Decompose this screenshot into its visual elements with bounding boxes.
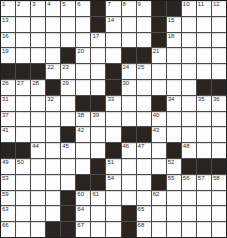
cell-r1c6[interactable]: 6 (76, 1, 90, 16)
clue-number-3: 3 (32, 1, 35, 8)
clue-number-43: 43 (153, 127, 160, 134)
cell-r6c1[interactable]: 26 (1, 80, 15, 95)
cell-r14c7[interactable] (91, 206, 105, 221)
cell-r8c4[interactable] (46, 112, 60, 127)
cell-r9c13[interactable] (182, 127, 196, 142)
cell-r3c14[interactable] (197, 33, 211, 48)
black-cell-r12c7 (91, 175, 105, 190)
cell-r14c1[interactable]: 63 (1, 206, 15, 221)
cell-r2c5[interactable] (61, 17, 75, 32)
cell-r8c6[interactable]: 38 (76, 112, 90, 127)
clue-number-58: 58 (213, 175, 220, 182)
cell-r5c14[interactable] (197, 64, 211, 79)
cell-r11c3[interactable] (31, 159, 45, 174)
cell-r3c6[interactable] (76, 33, 90, 48)
clue-number-56: 56 (183, 175, 190, 182)
clue-number-42: 42 (77, 127, 84, 134)
cell-r2c4[interactable] (46, 17, 60, 32)
clue-number-41: 41 (2, 127, 9, 134)
clue-number-50: 50 (17, 159, 24, 166)
black-cell-r10c1 (1, 143, 15, 158)
cell-r8c5[interactable] (61, 112, 75, 127)
cell-r1c3[interactable]: 3 (31, 1, 45, 16)
black-cell-r10c12 (167, 143, 181, 158)
cell-r5c15[interactable] (212, 64, 226, 79)
clue-number-13: 13 (2, 17, 9, 24)
cell-r15c11[interactable] (152, 222, 166, 237)
cell-r4c13[interactable] (182, 48, 196, 63)
clue-number-55: 55 (168, 175, 175, 182)
clue-number-15: 15 (168, 17, 175, 24)
cell-r9c1[interactable]: 41 (1, 127, 15, 142)
cell-r9c6[interactable]: 42 (76, 127, 90, 142)
clue-number-4: 4 (47, 1, 50, 8)
cell-r5c6[interactable] (76, 64, 90, 79)
black-cell-r15c9 (122, 222, 136, 237)
cell-r7c15[interactable]: 36 (212, 96, 226, 111)
cell-r4c8[interactable] (106, 48, 120, 63)
clue-number-14: 14 (107, 17, 114, 24)
black-cell-r3c11 (152, 33, 166, 48)
cell-r11c6[interactable] (76, 159, 90, 174)
clue-number-29: 29 (62, 80, 69, 87)
cell-r3c15[interactable] (212, 33, 226, 48)
cell-r9c2[interactable] (16, 127, 30, 142)
black-cell-r7c6 (76, 96, 90, 111)
black-cell-r11c7 (91, 159, 105, 174)
cell-r15c3[interactable] (31, 222, 45, 237)
cell-r6c7[interactable] (91, 80, 105, 95)
cell-r2c8[interactable]: 14 (106, 17, 120, 32)
cell-r8c10[interactable] (137, 112, 151, 127)
clue-number-60: 60 (77, 191, 84, 198)
cell-r6c6[interactable] (76, 80, 90, 95)
cell-r6c10[interactable] (137, 80, 151, 95)
cell-r4c14[interactable] (197, 48, 211, 63)
cell-r14c3[interactable] (31, 206, 45, 221)
cell-r2c9[interactable] (122, 17, 136, 32)
cell-r5c13[interactable] (182, 64, 196, 79)
cell-r2c6[interactable] (76, 17, 90, 32)
cell-r13c9[interactable] (122, 191, 136, 206)
cell-r3c8[interactable] (106, 33, 120, 48)
cell-r8c3[interactable] (31, 112, 45, 127)
clue-number-27: 27 (17, 80, 24, 87)
cell-r14c15[interactable] (212, 206, 226, 221)
cell-r13c1[interactable]: 59 (1, 191, 15, 206)
cell-r13c8[interactable] (106, 191, 120, 206)
cell-r11c10[interactable] (137, 159, 151, 174)
cell-r13c12[interactable] (167, 191, 181, 206)
cell-r2c15[interactable] (212, 17, 226, 32)
clue-number-61: 61 (92, 191, 99, 198)
cell-r12c13[interactable]: 56 (182, 175, 196, 190)
clue-number-18: 18 (168, 33, 175, 40)
clue-number-59: 59 (2, 191, 9, 198)
cell-r10c9[interactable]: 46 (122, 143, 136, 158)
cell-r7c1[interactable]: 31 (1, 96, 15, 111)
cell-r12c12[interactable]: 55 (167, 175, 181, 190)
cell-r3c10[interactable] (137, 33, 151, 48)
cell-r15c7[interactable] (91, 222, 105, 237)
black-cell-r5c1 (1, 64, 15, 79)
cell-r4c4[interactable] (46, 48, 60, 63)
cell-r11c1[interactable]: 49 (1, 159, 15, 174)
cell-r7c14[interactable]: 35 (197, 96, 211, 111)
cell-r14c11[interactable] (152, 206, 166, 221)
cell-r12c5[interactable] (61, 175, 75, 190)
clue-number-46: 46 (123, 143, 130, 150)
cell-r4c15[interactable] (212, 48, 226, 63)
clue-number-68: 68 (138, 222, 145, 229)
clue-number-17: 17 (92, 33, 99, 40)
cell-r11c9[interactable] (122, 159, 136, 174)
cell-r8c8[interactable] (106, 112, 120, 127)
black-cell-r10c8 (106, 143, 120, 158)
cell-r2c14[interactable] (197, 17, 211, 32)
cell-r13c14[interactable] (197, 191, 211, 206)
clue-number-47: 47 (138, 143, 145, 150)
cell-r6c13[interactable] (182, 80, 196, 95)
clue-number-7: 7 (107, 1, 110, 8)
cell-r10c15[interactable] (212, 143, 226, 158)
cell-r13c11[interactable]: 62 (152, 191, 166, 206)
clue-number-38: 38 (77, 112, 84, 119)
clue-number-16: 16 (2, 33, 9, 40)
cell-r1c14[interactable]: 11 (197, 1, 211, 16)
cell-r6c9[interactable]: 30 (122, 80, 136, 95)
clue-number-32: 32 (47, 96, 54, 103)
black-cell-r11c13 (182, 159, 196, 174)
clue-number-40: 40 (153, 112, 160, 119)
cell-r1c13[interactable]: 10 (182, 1, 196, 16)
cell-r12c1[interactable]: 53 (1, 175, 15, 190)
cell-r9c7[interactable] (91, 127, 105, 142)
cell-r9c4[interactable] (46, 127, 60, 142)
crossword-board: 1234567891011121314151617181920212223242… (0, 0, 227, 238)
cell-r12c15[interactable]: 58 (212, 175, 226, 190)
cell-r8c11[interactable]: 40 (152, 112, 166, 127)
cell-r2c10[interactable] (137, 17, 151, 32)
black-cell-r9c10 (137, 127, 151, 142)
cell-r15c15[interactable] (212, 222, 226, 237)
black-cell-r15c4 (46, 222, 60, 237)
cell-r5c5[interactable]: 23 (61, 64, 75, 79)
cell-r2c1[interactable]: 13 (1, 17, 15, 32)
cell-r5c4[interactable]: 22 (46, 64, 60, 79)
clue-number-65: 65 (138, 206, 145, 213)
clue-number-12: 12 (213, 1, 220, 8)
cell-r11c12[interactable]: 52 (167, 159, 181, 174)
black-cell-r6c15 (212, 80, 226, 95)
cell-r13c4[interactable] (46, 191, 60, 206)
cell-r1c4[interactable]: 4 (46, 1, 60, 16)
cell-r10c3[interactable]: 44 (31, 143, 45, 158)
cell-r10c4[interactable] (46, 143, 60, 158)
cell-r3c9[interactable] (122, 33, 136, 48)
cell-r8c2[interactable] (16, 112, 30, 127)
cell-r1c2[interactable]: 2 (16, 1, 30, 16)
cell-r5c7[interactable] (91, 64, 105, 79)
cell-r8c13[interactable] (182, 112, 196, 127)
cell-r10c13[interactable]: 48 (182, 143, 196, 158)
clue-number-39: 39 (92, 112, 99, 119)
cell-r3c2[interactable] (16, 33, 30, 48)
cell-r9c12[interactable] (167, 127, 181, 142)
cell-r6c12[interactable] (167, 80, 181, 95)
cell-r7c5[interactable] (61, 96, 75, 111)
cell-r14c6[interactable]: 64 (76, 206, 90, 221)
cell-r3c5[interactable] (61, 33, 75, 48)
cell-r15c13[interactable] (182, 222, 196, 237)
clue-number-54: 54 (107, 175, 114, 182)
clue-number-63: 63 (2, 206, 9, 213)
cell-r2c13[interactable] (182, 17, 196, 32)
clue-number-44: 44 (32, 143, 39, 150)
cell-r8c12[interactable] (167, 112, 181, 127)
clue-number-52: 52 (168, 159, 175, 166)
cell-r15c6[interactable]: 67 (76, 222, 90, 237)
cell-r11c4[interactable] (46, 159, 60, 174)
clue-number-57: 57 (198, 175, 205, 182)
cell-r3c4[interactable] (46, 33, 60, 48)
cell-r15c8[interactable] (106, 222, 120, 237)
cell-r4c2[interactable] (16, 48, 30, 63)
clue-number-26: 26 (2, 80, 9, 87)
cell-r4c6[interactable]: 20 (76, 48, 90, 63)
cell-r6c3[interactable]: 28 (31, 80, 45, 95)
black-cell-r7c11 (152, 96, 166, 111)
cell-r14c14[interactable] (197, 206, 211, 221)
clue-number-5: 5 (62, 1, 65, 8)
clue-number-21: 21 (153, 48, 160, 55)
cell-r9c14[interactable] (197, 127, 211, 142)
black-cell-r6c14 (197, 80, 211, 95)
clue-number-31: 31 (2, 96, 9, 103)
cell-r12c14[interactable]: 57 (197, 175, 211, 190)
black-cell-r11c15 (212, 159, 226, 174)
clue-number-45: 45 (62, 143, 69, 150)
cell-r3c7[interactable]: 17 (91, 33, 105, 48)
cell-r13c10[interactable] (137, 191, 151, 206)
cell-r12c10[interactable] (137, 175, 151, 190)
black-cell-r6c4 (46, 80, 60, 95)
cell-r1c1[interactable]: 1 (1, 1, 15, 16)
cell-r11c8[interactable]: 51 (106, 159, 120, 174)
cell-r12c3[interactable] (31, 175, 45, 190)
cell-r15c2[interactable] (16, 222, 30, 237)
cell-r7c4[interactable]: 32 (46, 96, 60, 111)
clue-number-1: 1 (2, 1, 5, 8)
black-cell-r5c8 (106, 64, 120, 79)
black-cell-r9c5 (61, 127, 75, 142)
black-cell-r7c7 (91, 96, 105, 111)
cell-r13c3[interactable] (31, 191, 45, 206)
black-cell-r9c9 (122, 127, 136, 142)
cell-r10c11[interactable] (152, 143, 166, 158)
cell-r3c13[interactable] (182, 33, 196, 48)
cell-r1c9[interactable]: 8 (122, 1, 136, 16)
clue-number-62: 62 (153, 191, 160, 198)
cell-r7c8[interactable]: 33 (106, 96, 120, 111)
clue-number-34: 34 (168, 96, 175, 103)
cell-r10c10[interactable]: 47 (137, 143, 151, 158)
cell-r1c10[interactable]: 9 (137, 1, 151, 16)
black-cell-r14c9 (122, 206, 136, 221)
black-cell-r15c5 (61, 222, 75, 237)
cell-r3c1[interactable]: 16 (1, 33, 15, 48)
cell-r8c7[interactable]: 39 (91, 112, 105, 127)
cell-r7c13[interactable] (182, 96, 196, 111)
clue-number-22: 22 (47, 64, 54, 71)
cell-r6c5[interactable]: 29 (61, 80, 75, 95)
black-cell-r14c5 (61, 206, 75, 221)
clue-number-66: 66 (2, 222, 9, 229)
clue-number-23: 23 (62, 64, 69, 71)
clue-number-64: 64 (77, 206, 84, 213)
cell-r1c8[interactable]: 7 (106, 1, 120, 16)
cell-r12c4[interactable] (46, 175, 60, 190)
cell-r12c2[interactable] (16, 175, 30, 190)
cell-r1c5[interactable]: 5 (61, 1, 75, 16)
cell-r15c14[interactable] (197, 222, 211, 237)
black-cell-r4c9 (122, 48, 136, 63)
cell-r2c3[interactable] (31, 17, 45, 32)
black-cell-r5c2 (16, 64, 30, 79)
clue-number-20: 20 (77, 48, 84, 55)
black-cell-r10c2 (16, 143, 30, 158)
black-cell-r2c7 (91, 17, 105, 32)
clue-number-6: 6 (77, 1, 80, 8)
clue-number-2: 2 (17, 1, 20, 8)
cell-r14c13[interactable] (182, 206, 196, 221)
black-cell-r11c14 (197, 159, 211, 174)
cell-r8c1[interactable]: 37 (1, 112, 15, 127)
cell-r6c2[interactable]: 27 (16, 80, 30, 95)
clue-number-49: 49 (2, 159, 9, 166)
cell-r5c12[interactable] (167, 64, 181, 79)
cell-r9c3[interactable] (31, 127, 45, 142)
cell-r5c10[interactable]: 25 (137, 64, 151, 79)
cell-r12c9[interactable] (122, 175, 136, 190)
cell-r10c14[interactable] (197, 143, 211, 158)
cell-r6c11[interactable] (152, 80, 166, 95)
cell-r4c11[interactable]: 21 (152, 48, 166, 63)
cell-r13c7[interactable]: 61 (91, 191, 105, 206)
clue-number-8: 8 (123, 1, 126, 8)
cell-r10c5[interactable]: 45 (61, 143, 75, 158)
black-cell-r6c8 (106, 80, 120, 95)
black-cell-r1c12 (167, 1, 181, 16)
cell-r8c9[interactable] (122, 112, 136, 127)
cell-r11c2[interactable]: 50 (16, 159, 30, 174)
cell-r3c3[interactable] (31, 33, 45, 48)
cell-r7c9[interactable] (122, 96, 136, 111)
clue-number-28: 28 (32, 80, 39, 87)
cell-r7c10[interactable] (137, 96, 151, 111)
cell-r12c8[interactable]: 54 (106, 175, 120, 190)
black-cell-r1c11 (152, 1, 166, 16)
cell-r14c8[interactable] (106, 206, 120, 221)
cell-r13c15[interactable] (212, 191, 226, 206)
clue-number-35: 35 (198, 96, 205, 103)
cell-r13c6[interactable]: 60 (76, 191, 90, 206)
clue-number-48: 48 (183, 143, 190, 150)
cell-r14c12[interactable] (167, 206, 181, 221)
cell-r9c8[interactable] (106, 127, 120, 142)
clue-number-33: 33 (107, 96, 114, 103)
black-cell-r12c6 (76, 175, 90, 190)
cell-r3c12[interactable]: 18 (167, 33, 181, 48)
black-cell-r4c5 (61, 48, 75, 63)
cell-r11c11[interactable] (152, 159, 166, 174)
cell-r7c12[interactable]: 34 (167, 96, 181, 111)
cell-r4c1[interactable]: 19 (1, 48, 15, 63)
cell-r7c2[interactable] (16, 96, 30, 111)
cell-r1c15[interactable]: 12 (212, 1, 226, 16)
cell-r9c11[interactable]: 43 (152, 127, 166, 142)
cell-r14c10[interactable]: 65 (137, 206, 151, 221)
cell-r2c2[interactable] (16, 17, 30, 32)
cell-r4c3[interactable] (31, 48, 45, 63)
cell-r11c5[interactable] (61, 159, 75, 174)
clue-number-30: 30 (123, 80, 130, 87)
cell-r10c6[interactable] (76, 143, 90, 158)
clue-number-10: 10 (183, 1, 190, 8)
cell-r13c2[interactable] (16, 191, 30, 206)
cell-r14c2[interactable] (16, 206, 30, 221)
cell-r4c7[interactable] (91, 48, 105, 63)
cell-r15c10[interactable]: 68 (137, 222, 151, 237)
cell-r2c12[interactable]: 15 (167, 17, 181, 32)
cell-r10c7[interactable] (91, 143, 105, 158)
clue-number-51: 51 (107, 159, 114, 166)
clue-number-25: 25 (138, 64, 145, 71)
black-cell-r13c5 (61, 191, 75, 206)
clue-number-37: 37 (2, 112, 9, 119)
clue-number-19: 19 (2, 48, 9, 55)
clue-number-24: 24 (123, 64, 130, 71)
cell-r13c13[interactable] (182, 191, 196, 206)
clue-number-11: 11 (198, 1, 204, 8)
clue-number-9: 9 (138, 1, 141, 8)
cell-r5c9[interactable]: 24 (122, 64, 136, 79)
black-cell-r2c11 (152, 17, 166, 32)
cell-r15c12[interactable] (167, 222, 181, 237)
cell-r8c14[interactable] (197, 112, 211, 127)
clue-number-36: 36 (213, 96, 220, 103)
black-cell-r12c11 (152, 175, 166, 190)
cell-r5c11[interactable] (152, 64, 166, 79)
black-cell-r4c10 (137, 48, 151, 63)
cell-r7c3[interactable] (31, 96, 45, 111)
black-cell-r5c3 (31, 64, 45, 79)
cell-r15c1[interactable]: 66 (1, 222, 15, 237)
clue-number-67: 67 (77, 222, 84, 229)
cell-r8c15[interactable] (212, 112, 226, 127)
cell-r9c15[interactable] (212, 127, 226, 142)
cell-r14c4[interactable] (46, 206, 60, 221)
cell-r4c12[interactable] (167, 48, 181, 63)
black-cell-r1c7 (91, 1, 105, 16)
clue-number-53: 53 (2, 175, 9, 182)
